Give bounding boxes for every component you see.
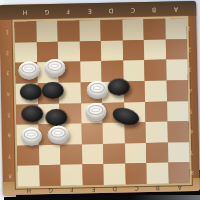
- rank-label-right-3: 3: [185, 59, 194, 80]
- black-piece-G5[interactable]: [45, 108, 67, 125]
- file-label-top-B: B: [143, 5, 165, 16]
- rank-label-left-6: 6: [5, 125, 14, 146]
- rank-label-left-3: 3: [3, 63, 12, 84]
- file-label-bottom-A: A: [168, 182, 190, 192]
- black-piece-D5[interactable]: [111, 105, 141, 128]
- board-photo: HGFEDCBA 12345678 12345678 HGFEDCBA: [0, 0, 200, 200]
- rank-label-left-2: 2: [3, 42, 12, 63]
- file-label-top-D: D: [100, 6, 122, 17]
- checkers-board: HGFEDCBA 12345678 12345678 HGFEDCBA: [0, 1, 200, 195]
- rank-label-right-8: 8: [187, 162, 196, 183]
- black-piece-H4[interactable]: [19, 83, 41, 100]
- file-label-top-H: H: [14, 7, 36, 18]
- file-label-bottom-D: D: [104, 183, 126, 193]
- rank-label-right-1: 1: [184, 18, 193, 39]
- file-label-top-G: G: [36, 7, 58, 18]
- file-label-bottom-B: B: [147, 183, 169, 193]
- rank-label-left-4: 4: [4, 84, 13, 105]
- file-label-top-C: C: [122, 5, 144, 16]
- rank-label-right-5: 5: [186, 100, 195, 121]
- background-bottom-right-strip: [130, 195, 200, 200]
- rank-label-right-4: 4: [186, 80, 195, 101]
- file-label-top-F: F: [57, 6, 79, 17]
- white-piece-H6[interactable]: [20, 127, 41, 145]
- rank-label-right-7: 7: [187, 142, 196, 163]
- pieces-layer: [14, 18, 189, 187]
- white-piece-H3[interactable]: [18, 61, 39, 79]
- file-label-top-E: E: [79, 6, 101, 17]
- file-label-top-A: A: [165, 4, 187, 15]
- top-file-labels: HGFEDCBA: [14, 4, 186, 19]
- rank-label-left-5: 5: [4, 104, 13, 125]
- rank-label-left-7: 7: [5, 146, 14, 167]
- black-piece-G4[interactable]: [41, 81, 63, 98]
- rank-label-right-6: 6: [187, 121, 196, 142]
- white-piece-G6[interactable]: [47, 126, 68, 144]
- file-label-bottom-G: G: [39, 185, 61, 195]
- file-label-bottom-E: E: [82, 184, 104, 194]
- file-label-bottom-H: H: [18, 185, 40, 195]
- black-piece-D4[interactable]: [108, 78, 130, 95]
- left-rank-labels: 12345678: [2, 22, 14, 187]
- rank-label-right-2: 2: [185, 39, 194, 60]
- rank-label-left-1: 1: [2, 22, 11, 43]
- white-piece-E5[interactable]: [85, 103, 106, 121]
- white-piece-G3[interactable]: [44, 59, 65, 77]
- black-piece-H5[interactable]: [21, 105, 43, 122]
- file-label-bottom-F: F: [61, 184, 83, 194]
- white-piece-E4[interactable]: [87, 80, 108, 98]
- rank-label-left-8: 8: [5, 166, 14, 187]
- file-label-bottom-C: C: [125, 183, 147, 193]
